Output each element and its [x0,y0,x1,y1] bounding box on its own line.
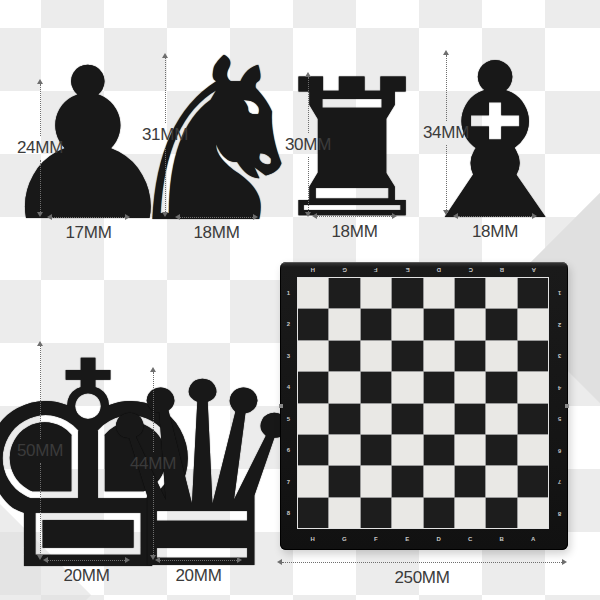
coord-label: B [486,265,518,275]
square-d4 [424,372,454,402]
king-base-label: 20MM [63,563,109,588]
coord-label: 3 [283,340,294,372]
rank-labels-left: 12345678 [283,277,294,529]
square-h3 [298,341,328,371]
coord-label: C [455,265,487,275]
knight-base-label: 18MM [193,220,239,245]
square-e2 [392,309,422,339]
square-b8 [486,498,516,528]
square-d2 [424,309,454,339]
coord-label: B [486,534,518,544]
arrow-right-icon [125,557,130,563]
square-f2 [361,309,391,339]
pawn-base-measure: 17MM [47,214,130,245]
coord-label: 7 [283,466,294,498]
arrow-right-icon [562,559,567,565]
square-d5 [424,404,454,434]
coord-label: 1 [554,277,565,309]
knight-height-measure: 31MM [137,53,193,217]
coord-label: E [392,534,424,544]
coord-label: 5 [283,403,294,435]
queen-height-measure: 44MM [125,367,181,560]
board-grid [297,277,549,529]
square-h8 [298,498,328,528]
square-f5 [361,404,391,434]
square-a2 [518,309,548,339]
square-b6 [486,435,516,465]
square-f4 [361,372,391,402]
pawn-base-label: 17MM [65,220,111,245]
knight-height-label: 31MM [142,123,188,147]
coord-label: 6 [554,435,565,467]
coord-label: 1 [283,277,294,309]
coord-label: 4 [554,372,565,404]
rank-labels-right: 12345678 [554,277,565,529]
knight-base-measure: 18MM [175,214,258,245]
coord-label: G [329,265,361,275]
board-width-measure: 250MM [277,559,567,590]
square-e1 [392,278,422,308]
fold-hinge-mark [565,404,569,408]
arrow-right-icon [237,557,242,563]
square-h4 [298,372,328,402]
coord-label: 8 [554,498,565,530]
square-a7 [518,466,548,496]
file-labels-top: HGFEDCBA [297,265,549,275]
coord-label: 6 [283,435,294,467]
square-e6 [392,435,422,465]
coord-label: 5 [554,403,565,435]
arrow-right-icon [532,213,537,219]
arrow-down-icon [443,210,449,215]
coord-label: C [455,534,487,544]
coord-label: 7 [554,466,565,498]
square-d1 [424,278,454,308]
coord-label: D [423,265,455,275]
arrow-down-icon [37,212,43,217]
square-d7 [424,466,454,496]
arrow-right-icon [392,213,397,219]
square-f1 [361,278,391,308]
square-g8 [329,498,359,528]
coord-label: A [518,265,550,275]
arrow-down-icon [305,212,311,217]
square-f7 [361,466,391,496]
rook-base-measure: 18MM [312,213,397,244]
coord-label: F [360,265,392,275]
square-g2 [329,309,359,339]
square-f3 [361,341,391,371]
square-g7 [329,466,359,496]
coord-label: A [518,534,550,544]
square-c3 [455,341,485,371]
bishop-base-measure: 18MM [453,213,537,244]
king-height-measure: 50MM [12,341,68,560]
square-a1 [518,278,548,308]
rook-height-label: 30MM [285,133,331,157]
arrow-right-icon [125,214,130,220]
file-labels-bottom: HGFEDCBA [297,534,549,544]
square-b7 [486,466,516,496]
board-width-label: 250MM [394,565,449,590]
square-g3 [329,341,359,371]
coord-label: 4 [283,372,294,404]
square-b5 [486,404,516,434]
pawn-height-measure: 24MM [12,79,68,217]
square-g5 [329,404,359,434]
square-h2 [298,309,328,339]
square-f8 [361,498,391,528]
square-d8 [424,498,454,528]
square-e3 [392,341,422,371]
coord-label: G [329,534,361,544]
arrow-right-icon [253,214,258,220]
square-e8 [392,498,422,528]
square-b1 [486,278,516,308]
coord-label: D [423,534,455,544]
queen-base-label: 20MM [175,563,221,588]
coord-label: H [297,265,329,275]
square-c4 [455,372,485,402]
square-b4 [486,372,516,402]
square-g1 [329,278,359,308]
bishop-height-label: 34MM [423,121,469,145]
king-height-label: 50MM [17,439,63,463]
queen-base-measure: 20MM [155,557,242,588]
coord-label: 3 [554,340,565,372]
queen-height-label: 44MM [130,452,176,476]
square-c7 [455,466,485,496]
square-b3 [486,341,516,371]
coord-label: H [297,534,329,544]
coord-label: 2 [283,309,294,341]
rook-height-measure: 30MM [280,72,336,217]
square-b2 [486,309,516,339]
square-a3 [518,341,548,371]
chessboard: HGFEDCBA HGFEDCBA 12345678 12345678 [280,262,568,550]
square-h1 [298,278,328,308]
square-h7 [298,466,328,496]
pawn-height-label: 24MM [17,136,63,160]
square-e5 [392,404,422,434]
square-c2 [455,309,485,339]
square-f6 [361,435,391,465]
square-c6 [455,435,485,465]
square-e7 [392,466,422,496]
square-g6 [329,435,359,465]
coord-label: F [360,534,392,544]
square-e4 [392,372,422,402]
bishop-height-measure: 34MM [418,50,474,215]
coord-label: 8 [283,498,294,530]
bishop-base-label: 18MM [472,219,518,244]
square-d3 [424,341,454,371]
square-a5 [518,404,548,434]
square-h5 [298,404,328,434]
rook-base-label: 18MM [331,219,377,244]
square-g4 [329,372,359,402]
square-c1 [455,278,485,308]
square-a8 [518,498,548,528]
square-d6 [424,435,454,465]
coord-label: 2 [554,309,565,341]
king-base-measure: 20MM [43,557,130,588]
chess-set-dimension-diagram: ♟ ♞ ♜ ♝ ♚ ♛ 24MM 31MM 30MM 34MM 50MM [0,0,600,600]
square-c5 [455,404,485,434]
square-c8 [455,498,485,528]
arrow-down-icon [162,212,168,217]
square-a6 [518,435,548,465]
square-a4 [518,372,548,402]
square-h6 [298,435,328,465]
coord-label: E [392,265,424,275]
